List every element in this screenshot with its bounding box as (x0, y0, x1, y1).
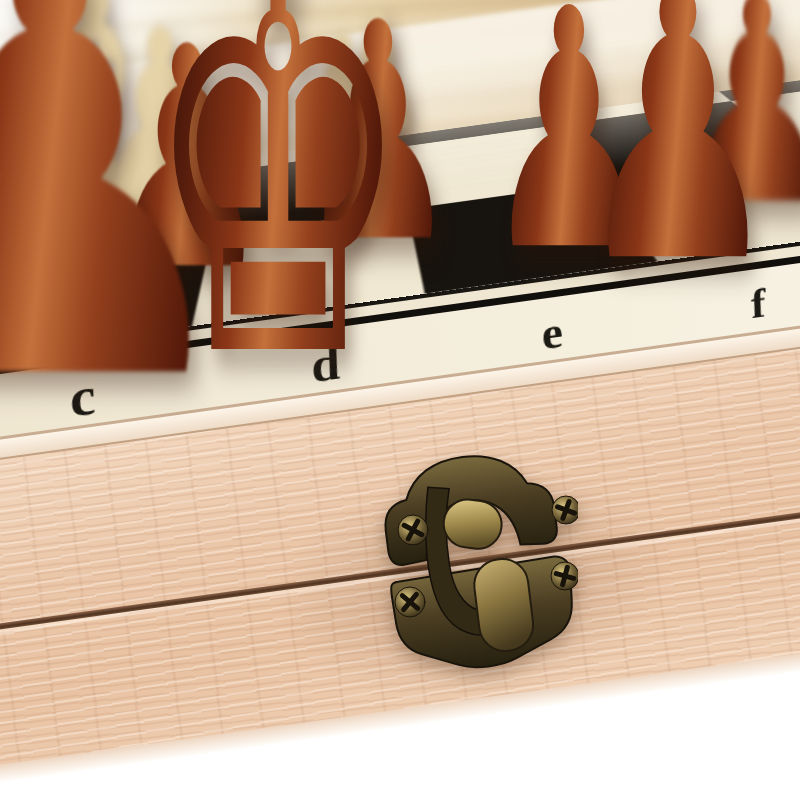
piece-dark-pawn-4: ♟ (574, 0, 782, 314)
screw-icon (395, 587, 425, 617)
screw-icon (551, 562, 578, 590)
piece-dark-pawn-foreground: ♟ (0, 0, 258, 461)
screw-icon (398, 515, 428, 545)
screw-icon (552, 496, 578, 524)
latch-hasp (376, 446, 578, 712)
